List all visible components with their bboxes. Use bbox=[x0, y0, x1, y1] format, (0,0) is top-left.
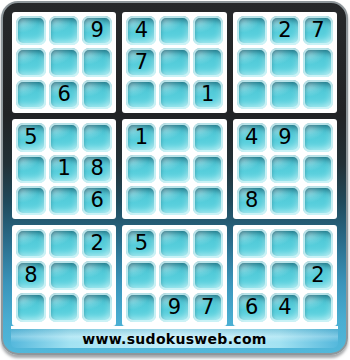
cell-r1c5[interactable] bbox=[159, 16, 189, 45]
cell-r5c7[interactable] bbox=[237, 155, 267, 184]
cell-r3c5[interactable] bbox=[159, 80, 189, 109]
cell-r2c7[interactable] bbox=[237, 48, 267, 77]
cell-r7c7[interactable] bbox=[237, 229, 267, 258]
cell-r1c8[interactable]: 2 bbox=[270, 16, 300, 45]
cell-r6c7[interactable]: 8 bbox=[237, 186, 267, 215]
cell-r6c9[interactable] bbox=[303, 186, 333, 215]
cell-r9c3[interactable] bbox=[82, 293, 112, 322]
board: 96471275186149828597264 bbox=[12, 12, 337, 326]
cell-r8c7[interactable] bbox=[237, 261, 267, 290]
cell-r6c4[interactable] bbox=[126, 186, 156, 215]
cell-r3c4[interactable] bbox=[126, 80, 156, 109]
box-3-2: 597 bbox=[122, 225, 226, 326]
cell-r8c1[interactable]: 8 bbox=[16, 261, 46, 290]
cell-r7c2[interactable] bbox=[49, 229, 79, 258]
cell-r7c8[interactable] bbox=[270, 229, 300, 258]
cell-r9c7[interactable]: 6 bbox=[237, 293, 267, 322]
cell-r6c3[interactable]: 6 bbox=[82, 186, 112, 215]
box-2-1: 5186 bbox=[12, 119, 116, 220]
cell-r2c1[interactable] bbox=[16, 48, 46, 77]
cell-r6c8[interactable] bbox=[270, 186, 300, 215]
cell-r2c2[interactable] bbox=[49, 48, 79, 77]
cell-r2c4[interactable]: 7 bbox=[126, 48, 156, 77]
cell-r3c7[interactable] bbox=[237, 80, 267, 109]
cell-r6c5[interactable] bbox=[159, 186, 189, 215]
cell-r9c8[interactable]: 4 bbox=[270, 293, 300, 322]
cell-r4c5[interactable] bbox=[159, 123, 189, 152]
footer-band: www.sudokusweb.com bbox=[11, 326, 338, 348]
box-3-3: 264 bbox=[233, 225, 337, 326]
box-1-1: 96 bbox=[12, 12, 116, 113]
cell-r1c4[interactable]: 4 bbox=[126, 16, 156, 45]
box-1-3: 27 bbox=[233, 12, 337, 113]
cell-r1c2[interactable] bbox=[49, 16, 79, 45]
cell-r2c9[interactable] bbox=[303, 48, 333, 77]
cell-r7c9[interactable] bbox=[303, 229, 333, 258]
cell-r5c4[interactable] bbox=[126, 155, 156, 184]
cell-r1c9[interactable]: 7 bbox=[303, 16, 333, 45]
cell-r2c5[interactable] bbox=[159, 48, 189, 77]
box-1-2: 471 bbox=[122, 12, 226, 113]
cell-r5c9[interactable] bbox=[303, 155, 333, 184]
box-3-1: 28 bbox=[12, 225, 116, 326]
cell-r9c2[interactable] bbox=[49, 293, 79, 322]
cell-r3c9[interactable] bbox=[303, 80, 333, 109]
cell-r1c1[interactable] bbox=[16, 16, 46, 45]
cell-r3c6[interactable]: 1 bbox=[193, 80, 223, 109]
cell-r9c1[interactable] bbox=[16, 293, 46, 322]
cell-r9c4[interactable] bbox=[126, 293, 156, 322]
cell-r7c1[interactable] bbox=[16, 229, 46, 258]
cell-r4c2[interactable] bbox=[49, 123, 79, 152]
cell-r5c8[interactable] bbox=[270, 155, 300, 184]
cell-r5c3[interactable]: 8 bbox=[82, 155, 112, 184]
cell-r8c4[interactable] bbox=[126, 261, 156, 290]
cell-r4c6[interactable] bbox=[193, 123, 223, 152]
cell-r4c1[interactable]: 5 bbox=[16, 123, 46, 152]
cell-r7c3[interactable]: 2 bbox=[82, 229, 112, 258]
cell-r2c3[interactable] bbox=[82, 48, 112, 77]
cell-r3c2[interactable]: 6 bbox=[49, 80, 79, 109]
cell-r5c5[interactable] bbox=[159, 155, 189, 184]
cell-r5c2[interactable]: 1 bbox=[49, 155, 79, 184]
cell-r1c6[interactable] bbox=[193, 16, 223, 45]
cell-r9c5[interactable]: 9 bbox=[159, 293, 189, 322]
cell-r4c9[interactable] bbox=[303, 123, 333, 152]
cell-r4c7[interactable]: 4 bbox=[237, 123, 267, 152]
cell-r1c3[interactable]: 9 bbox=[82, 16, 112, 45]
cell-r6c1[interactable] bbox=[16, 186, 46, 215]
cell-r8c2[interactable] bbox=[49, 261, 79, 290]
cell-r7c6[interactable] bbox=[193, 229, 223, 258]
cell-r3c8[interactable] bbox=[270, 80, 300, 109]
box-2-2: 1 bbox=[122, 119, 226, 220]
cell-r2c6[interactable] bbox=[193, 48, 223, 77]
cell-r6c2[interactable] bbox=[49, 186, 79, 215]
cell-r9c9[interactable] bbox=[303, 293, 333, 322]
cell-r4c3[interactable] bbox=[82, 123, 112, 152]
box-2-3: 498 bbox=[233, 119, 337, 220]
cell-r1c7[interactable] bbox=[237, 16, 267, 45]
sudoku-widget: 96471275186149828597264 www.sudokusweb.c… bbox=[0, 0, 350, 360]
cell-r2c8[interactable] bbox=[270, 48, 300, 77]
cell-r3c3[interactable] bbox=[82, 80, 112, 109]
cell-r8c5[interactable] bbox=[159, 261, 189, 290]
board-frame: 96471275186149828597264 www.sudokusweb.c… bbox=[1, 1, 348, 355]
cell-r8c6[interactable] bbox=[193, 261, 223, 290]
cell-r4c8[interactable]: 9 bbox=[270, 123, 300, 152]
cell-r4c4[interactable]: 1 bbox=[126, 123, 156, 152]
cell-r9c6[interactable]: 7 bbox=[193, 293, 223, 322]
cell-r3c1[interactable] bbox=[16, 80, 46, 109]
cell-r5c6[interactable] bbox=[193, 155, 223, 184]
cell-r8c8[interactable] bbox=[270, 261, 300, 290]
cell-r5c1[interactable] bbox=[16, 155, 46, 184]
cell-r7c4[interactable]: 5 bbox=[126, 229, 156, 258]
cell-r7c5[interactable] bbox=[159, 229, 189, 258]
cell-r8c9[interactable]: 2 bbox=[303, 261, 333, 290]
cell-r8c3[interactable] bbox=[82, 261, 112, 290]
sudokusweb-link[interactable]: www.sudokusweb.com bbox=[82, 331, 266, 347]
cell-r6c6[interactable] bbox=[193, 186, 223, 215]
